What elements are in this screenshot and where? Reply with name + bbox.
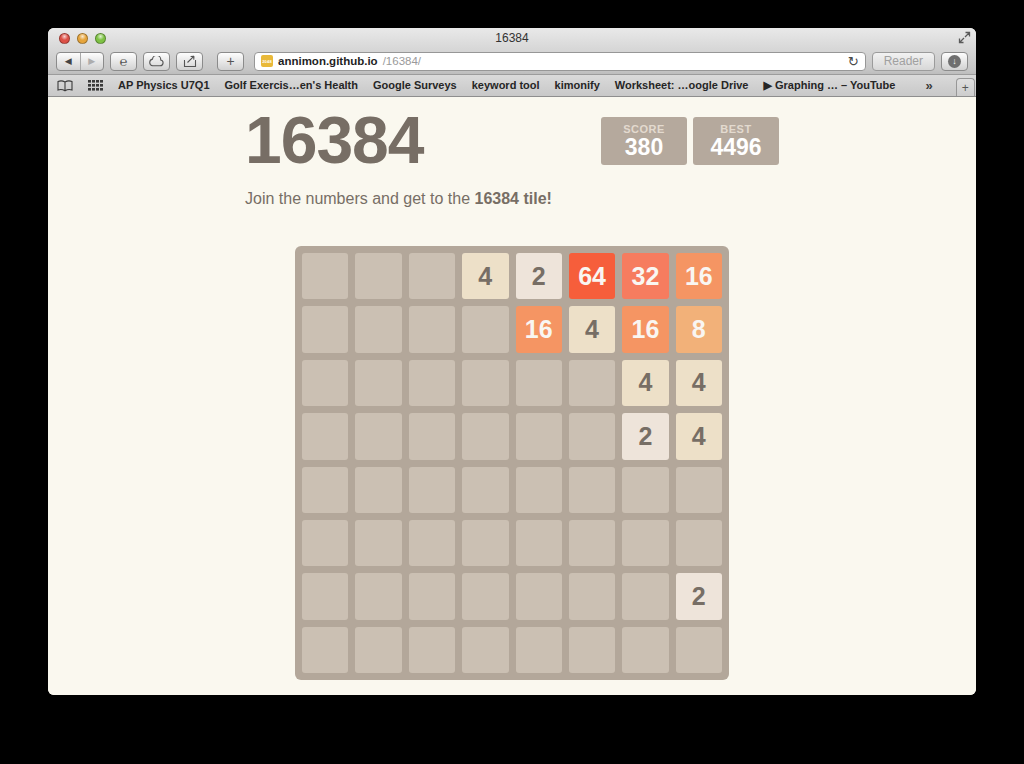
tile-2: 2 <box>622 413 668 459</box>
empty-cell <box>462 360 508 406</box>
empty-cell <box>622 467 668 513</box>
score-panel: SCORE 380 BEST 4496 <box>601 117 779 165</box>
tile-4: 4 <box>622 360 668 406</box>
empty-cell <box>569 413 615 459</box>
new-tab-button[interactable]: + <box>217 52 244 71</box>
empty-cell <box>302 253 348 299</box>
empty-cell <box>676 627 722 673</box>
empty-cell <box>622 573 668 619</box>
page-content: 16384 SCORE 380 BEST 4496 Join the numbe… <box>48 97 976 695</box>
empty-cell <box>516 467 562 513</box>
zoom-button[interactable] <box>95 33 106 44</box>
tile-64: 64 <box>569 253 615 299</box>
download-icon: ↓ <box>948 55 961 68</box>
empty-cell <box>409 627 455 673</box>
empty-cell <box>569 360 615 406</box>
bookmark-item[interactable]: Google Surveys <box>373 79 457 92</box>
title-bar[interactable]: 16384 <box>48 28 976 48</box>
empty-cell <box>355 253 401 299</box>
empty-cell <box>409 467 455 513</box>
empty-cell <box>622 520 668 566</box>
game-board: 4264321616416844242 <box>295 246 729 680</box>
bookmarks-overflow-chevron[interactable]: » <box>925 78 940 93</box>
share-button[interactable] <box>176 52 203 71</box>
downloads-button[interactable]: ↓ <box>941 52 968 71</box>
score-box: SCORE 380 <box>601 117 687 165</box>
empty-cell <box>569 467 615 513</box>
empty-cell <box>409 573 455 619</box>
empty-cell <box>302 520 348 566</box>
empty-cell <box>676 467 722 513</box>
game-title: 16384 <box>245 105 424 175</box>
empty-cell <box>355 413 401 459</box>
tile-8: 8 <box>676 306 722 352</box>
empty-cell <box>569 573 615 619</box>
empty-cell <box>516 413 562 459</box>
empty-cell <box>302 306 348 352</box>
history-nav-group: ◀ ▶ <box>56 52 104 71</box>
empty-cell <box>516 627 562 673</box>
new-tab-tab-button[interactable]: + <box>956 78 975 96</box>
empty-cell <box>622 627 668 673</box>
tile-4: 4 <box>462 253 508 299</box>
empty-cell <box>676 520 722 566</box>
browser-chrome: 16384 ◀ ▶ ℮ <box>48 28 976 75</box>
empty-cell <box>302 573 348 619</box>
plus-icon: + <box>226 54 234 68</box>
e-icon: ℮ <box>120 55 128 68</box>
tile-4: 4 <box>676 360 722 406</box>
empty-cell <box>462 573 508 619</box>
empty-cell <box>569 627 615 673</box>
bookmark-item[interactable]: AP Physics U7Q1 <box>118 79 210 92</box>
grid-icon <box>88 80 103 91</box>
top-sites-button[interactable] <box>88 80 103 91</box>
fullscreen-icon[interactable] <box>958 31 971 44</box>
tile-16: 16 <box>622 306 668 352</box>
minimize-button[interactable] <box>77 33 88 44</box>
empty-cell <box>355 573 401 619</box>
back-button[interactable]: ◀ <box>57 53 81 70</box>
empty-cell <box>355 360 401 406</box>
empty-cell <box>409 306 455 352</box>
tile-4: 4 <box>569 306 615 352</box>
bookmark-item[interactable]: keyword tool <box>472 79 540 92</box>
score-value: 380 <box>615 135 673 159</box>
empty-cell <box>516 360 562 406</box>
empty-cell <box>462 306 508 352</box>
tile-16: 16 <box>516 306 562 352</box>
empty-cell <box>409 360 455 406</box>
bookmark-item[interactable]: ▶ Graphing … – YouTube <box>763 79 895 92</box>
navigation-toolbar: ◀ ▶ ℮ + 2048 annimon. <box>48 48 976 74</box>
empty-cell <box>409 413 455 459</box>
share-icon <box>183 55 197 68</box>
bookmarks-bar: AP Physics U7Q1Golf Exercis…en's HealthG… <box>48 75 976 97</box>
empty-cell <box>462 413 508 459</box>
empty-cell <box>302 467 348 513</box>
empty-cell <box>355 306 401 352</box>
e-logo-button[interactable]: ℮ <box>110 52 137 71</box>
empty-cell <box>355 520 401 566</box>
best-value: 4496 <box>707 135 765 159</box>
empty-cell <box>462 627 508 673</box>
empty-cell <box>355 467 401 513</box>
icloud-tabs-button[interactable] <box>143 52 170 71</box>
empty-cell <box>516 573 562 619</box>
url-path: /16384/ <box>383 55 421 67</box>
bookmark-item[interactable]: Worksheet: …oogle Drive <box>615 79 749 92</box>
traffic-lights <box>59 33 106 44</box>
bookmarks-sidebar-button[interactable] <box>57 80 73 92</box>
subtitle: Join the numbers and get to the 16384 ti… <box>245 190 779 208</box>
tile-2: 2 <box>516 253 562 299</box>
cloud-icon <box>148 56 165 67</box>
tile-2: 2 <box>676 573 722 619</box>
bookmarks-list: AP Physics U7Q1Golf Exercis…en's HealthG… <box>118 79 895 92</box>
empty-cell <box>302 360 348 406</box>
empty-cell <box>302 413 348 459</box>
refresh-icon[interactable]: ↻ <box>848 54 859 69</box>
empty-cell <box>462 520 508 566</box>
close-button[interactable] <box>59 33 70 44</box>
empty-cell <box>516 520 562 566</box>
book-icon <box>57 80 73 92</box>
window-title: 16384 <box>48 28 976 48</box>
empty-cell <box>409 520 455 566</box>
tile-4: 4 <box>676 413 722 459</box>
tile-32: 32 <box>622 253 668 299</box>
empty-cell <box>302 627 348 673</box>
empty-cell <box>462 467 508 513</box>
forward-button[interactable]: ▶ <box>81 53 104 70</box>
bookmark-item[interactable]: Golf Exercis…en's Health <box>225 79 358 92</box>
bookmark-item[interactable]: kimonify <box>555 79 600 92</box>
browser-window: 16384 ◀ ▶ ℮ <box>48 28 976 695</box>
address-bar[interactable]: 2048 annimon.github.io/16384/ ↻ <box>254 52 866 71</box>
site-favicon: 2048 <box>261 55 273 67</box>
url-domain: annimon.github.io <box>278 55 378 67</box>
tile-16: 16 <box>676 253 722 299</box>
empty-cell <box>409 253 455 299</box>
best-box: BEST 4496 <box>693 117 779 165</box>
reader-button[interactable]: Reader <box>872 52 935 71</box>
empty-cell <box>569 520 615 566</box>
empty-cell <box>355 627 401 673</box>
